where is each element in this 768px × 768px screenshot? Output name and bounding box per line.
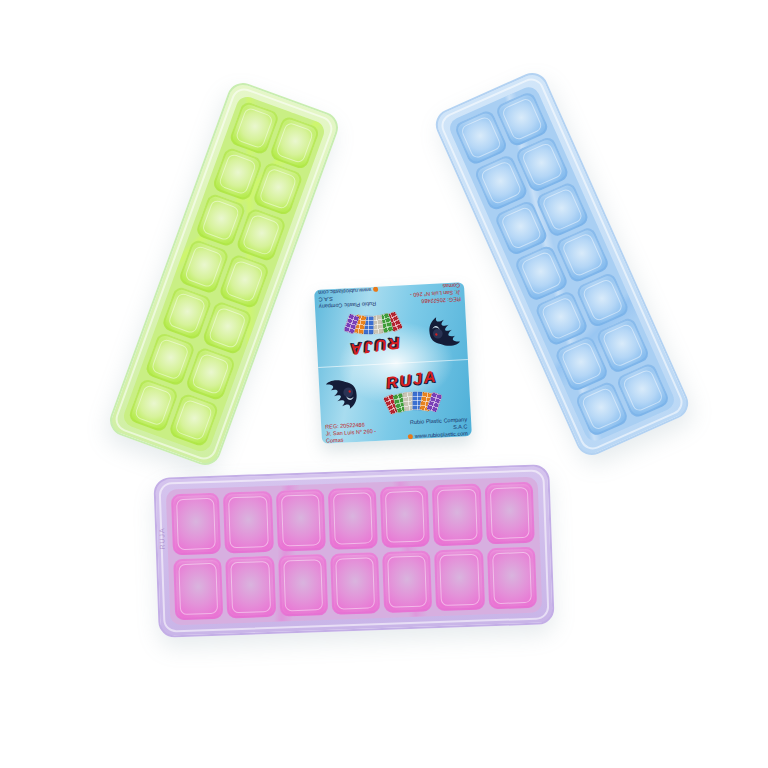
ice-cube-cell: [382, 550, 432, 613]
brand-column: RUJA: [319, 310, 427, 357]
ice-cube-cell: [225, 556, 275, 619]
tray-floor: [447, 84, 678, 445]
ice-cube-cell: [432, 484, 482, 547]
globe-icon: [373, 286, 378, 291]
ice-cube-cell: [328, 487, 378, 550]
card-main-row: RUJA: [318, 359, 471, 424]
tray-floor: [121, 94, 327, 454]
ice-cube-cell: [484, 482, 534, 545]
brand-name: RUJA: [347, 333, 401, 358]
cube-grid: [127, 100, 320, 448]
ice-tray-green: RUJA: [106, 78, 343, 469]
registration-block: REG: 20522486 Jr. San Luis N° 260 - Coma…: [391, 282, 461, 306]
ruja-packaging-card: RUJA REG: 20522486 Jr. San Luis N° 260 -…: [314, 282, 472, 444]
website-text: www.rubioplastic.com: [415, 430, 468, 440]
ice-cube-cell: [487, 547, 537, 610]
cube-grid: [171, 482, 537, 621]
cube-grid: [453, 90, 671, 437]
ice-cube-cell: [171, 493, 221, 556]
brand-column: RUJA: [359, 368, 467, 415]
ice-tray-purple: RUJA: [153, 464, 554, 638]
ice-cube-cell: [330, 552, 380, 615]
ice-cube-cell: [275, 489, 325, 552]
ice-cube-cell: [223, 491, 273, 554]
lion-logo-icon: [323, 373, 361, 419]
molded-brand-text: RUJA: [158, 527, 166, 550]
globe-icon: [408, 434, 413, 439]
ice-cube-cell: [278, 554, 328, 617]
mini-tray-fan: [345, 312, 400, 337]
ice-cube-cell: [380, 485, 430, 548]
ice-cube-cell: [173, 558, 223, 621]
company-block: Rubio Plastic Company S.A.C www.rubiopla…: [394, 416, 468, 441]
ice-cube-cell: [434, 549, 484, 612]
brand-name: RUJA: [385, 368, 439, 393]
product-photo: RUJA RUJA RUJA: [0, 0, 768, 768]
registration-block: REG: 20522486 Jr. San Luis N° 260 - Coma…: [325, 420, 395, 444]
lion-logo-icon: [425, 307, 463, 353]
address-text: Jr. San Luis N° 260 - Comas: [325, 427, 395, 444]
company-block: Rubio Plastic Company S.A.C www.rubiopla…: [318, 285, 392, 310]
card-panel-front: RUJA REG: 20522486 Jr. San Luis N° 260 -…: [318, 359, 472, 444]
card-main-row: RUJA: [315, 302, 468, 367]
mini-tray-fan: [386, 390, 441, 415]
card-panel-back: RUJA REG: 20522486 Jr. San Luis N° 260 -…: [314, 282, 468, 367]
tray-floor: [166, 477, 543, 626]
